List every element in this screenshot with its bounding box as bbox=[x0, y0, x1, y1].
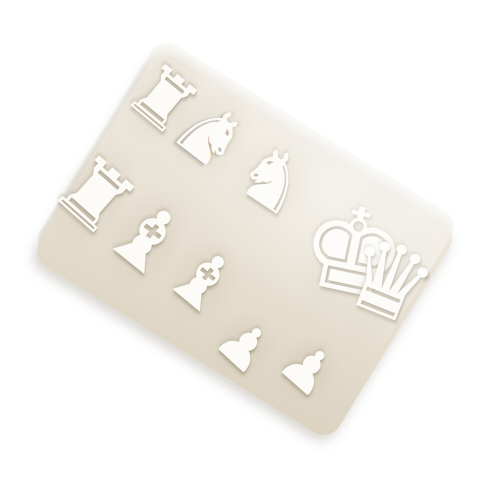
silicone-mold: ♜ ♞ ♞ ♚ ♛ ♜ ♝ ♝ ♟ ♟ bbox=[32, 36, 461, 430]
product-photo: ♜ ♞ ♞ ♚ ♛ ♜ ♝ ♝ ♟ ♟ bbox=[0, 0, 500, 500]
